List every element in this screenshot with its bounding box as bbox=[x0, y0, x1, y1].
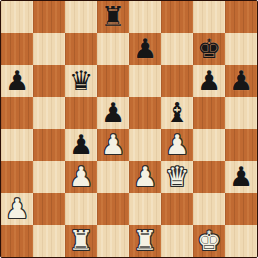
square-a3[interactable] bbox=[1, 161, 33, 193]
square-f6[interactable] bbox=[161, 65, 193, 97]
square-e1[interactable]: ♜ bbox=[129, 225, 161, 257]
piece-black-pawn[interactable]: ♟ bbox=[69, 129, 93, 161]
piece-white-king[interactable]: ♚ bbox=[197, 225, 221, 257]
square-d2[interactable] bbox=[97, 193, 129, 225]
square-g6[interactable]: ♟ bbox=[193, 65, 225, 97]
square-e7[interactable]: ♟ bbox=[129, 33, 161, 65]
piece-black-pawn[interactable]: ♟ bbox=[5, 65, 29, 97]
square-h3[interactable]: ♟ bbox=[225, 161, 257, 193]
square-b4[interactable] bbox=[33, 129, 65, 161]
square-f2[interactable] bbox=[161, 193, 193, 225]
square-e2[interactable] bbox=[129, 193, 161, 225]
square-c7[interactable] bbox=[65, 33, 97, 65]
square-a4[interactable] bbox=[1, 129, 33, 161]
square-a2[interactable]: ♟ bbox=[1, 193, 33, 225]
square-g4[interactable] bbox=[193, 129, 225, 161]
square-d3[interactable] bbox=[97, 161, 129, 193]
square-h6[interactable]: ♟ bbox=[225, 65, 257, 97]
piece-white-pawn[interactable]: ♟ bbox=[69, 161, 93, 193]
square-h5[interactable] bbox=[225, 97, 257, 129]
square-e8[interactable] bbox=[129, 1, 161, 33]
square-a6[interactable]: ♟ bbox=[1, 65, 33, 97]
square-f5[interactable]: ♝ bbox=[161, 97, 193, 129]
piece-white-rook[interactable]: ♜ bbox=[133, 225, 157, 257]
square-g5[interactable] bbox=[193, 97, 225, 129]
square-b5[interactable] bbox=[33, 97, 65, 129]
piece-white-pawn[interactable]: ♟ bbox=[165, 129, 189, 161]
square-f1[interactable] bbox=[161, 225, 193, 257]
square-d4[interactable]: ♟ bbox=[97, 129, 129, 161]
square-b7[interactable] bbox=[33, 33, 65, 65]
square-c4[interactable]: ♟ bbox=[65, 129, 97, 161]
square-e5[interactable] bbox=[129, 97, 161, 129]
square-a7[interactable] bbox=[1, 33, 33, 65]
square-f3[interactable]: ♛ bbox=[161, 161, 193, 193]
square-c2[interactable] bbox=[65, 193, 97, 225]
square-a1[interactable] bbox=[1, 225, 33, 257]
square-a5[interactable] bbox=[1, 97, 33, 129]
square-h7[interactable] bbox=[225, 33, 257, 65]
square-c6[interactable]: ♛ bbox=[65, 65, 97, 97]
square-g2[interactable] bbox=[193, 193, 225, 225]
piece-white-pawn[interactable]: ♟ bbox=[101, 129, 125, 161]
square-d8[interactable]: ♜ bbox=[97, 1, 129, 33]
square-c5[interactable] bbox=[65, 97, 97, 129]
square-g8[interactable] bbox=[193, 1, 225, 33]
square-h4[interactable] bbox=[225, 129, 257, 161]
square-b3[interactable] bbox=[33, 161, 65, 193]
piece-black-pawn[interactable]: ♟ bbox=[101, 97, 125, 129]
square-e4[interactable] bbox=[129, 129, 161, 161]
piece-black-rook[interactable]: ♜ bbox=[101, 1, 125, 33]
piece-black-pawn[interactable]: ♟ bbox=[133, 33, 157, 65]
square-b8[interactable] bbox=[33, 1, 65, 33]
piece-black-king[interactable]: ♚ bbox=[197, 33, 221, 65]
square-g1[interactable]: ♚ bbox=[193, 225, 225, 257]
square-g3[interactable] bbox=[193, 161, 225, 193]
piece-white-rook[interactable]: ♜ bbox=[69, 225, 93, 257]
square-b6[interactable] bbox=[33, 65, 65, 97]
piece-black-pawn[interactable]: ♟ bbox=[229, 65, 253, 97]
square-e6[interactable] bbox=[129, 65, 161, 97]
square-d7[interactable] bbox=[97, 33, 129, 65]
square-d6[interactable] bbox=[97, 65, 129, 97]
square-e3[interactable]: ♟ bbox=[129, 161, 161, 193]
chess-board-frame: ♜♟♚♟♛♟♟♟♝♟♟♟♟♟♛♟♟♜♜♚ bbox=[0, 0, 258, 258]
square-h1[interactable] bbox=[225, 225, 257, 257]
piece-black-pawn[interactable]: ♟ bbox=[197, 65, 221, 97]
square-f7[interactable] bbox=[161, 33, 193, 65]
piece-black-pawn[interactable]: ♟ bbox=[229, 161, 253, 193]
square-b1[interactable] bbox=[33, 225, 65, 257]
square-b2[interactable] bbox=[33, 193, 65, 225]
square-d5[interactable]: ♟ bbox=[97, 97, 129, 129]
piece-black-bishop[interactable]: ♝ bbox=[165, 97, 189, 129]
square-g7[interactable]: ♚ bbox=[193, 33, 225, 65]
square-h2[interactable] bbox=[225, 193, 257, 225]
square-a8[interactable] bbox=[1, 1, 33, 33]
piece-white-pawn[interactable]: ♟ bbox=[133, 161, 157, 193]
square-h8[interactable] bbox=[225, 1, 257, 33]
square-d1[interactable] bbox=[97, 225, 129, 257]
square-c1[interactable]: ♜ bbox=[65, 225, 97, 257]
chess-board: ♜♟♚♟♛♟♟♟♝♟♟♟♟♟♛♟♟♜♜♚ bbox=[1, 1, 257, 257]
piece-white-pawn[interactable]: ♟ bbox=[5, 193, 29, 225]
piece-white-queen[interactable]: ♛ bbox=[165, 161, 189, 193]
square-c8[interactable] bbox=[65, 1, 97, 33]
square-c3[interactable]: ♟ bbox=[65, 161, 97, 193]
square-f8[interactable] bbox=[161, 1, 193, 33]
piece-black-queen[interactable]: ♛ bbox=[69, 65, 93, 97]
square-f4[interactable]: ♟ bbox=[161, 129, 193, 161]
